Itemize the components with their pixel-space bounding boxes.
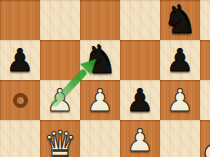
square-c7[interactable] [80, 0, 120, 40]
square-d7[interactable] [120, 0, 160, 40]
square-f7[interactable] [200, 0, 210, 40]
piece-black-pawn[interactable]: ♟ [160, 40, 200, 80]
square-f6[interactable] [200, 40, 210, 80]
annotation-circle-a5 [13, 93, 28, 108]
square-d5[interactable]: ♟ [120, 80, 160, 120]
piece-white-queen[interactable]: ♛ [40, 120, 80, 157]
square-b6[interactable] [40, 40, 80, 80]
square-e6[interactable]: ♟ [160, 40, 200, 80]
square-e7[interactable]: ♞ [160, 0, 200, 40]
piece-white-pawn[interactable]: ♟ [40, 80, 80, 120]
square-c5[interactable]: ♟ [80, 80, 120, 120]
square-b7[interactable] [40, 0, 80, 40]
piece-white-pawn[interactable]: ♟ [160, 80, 200, 120]
square-b4[interactable]: ♛ [40, 120, 80, 157]
square-d6[interactable] [120, 40, 160, 80]
piece-white-pawn[interactable]: ♟ [120, 120, 160, 157]
square-f5[interactable] [200, 80, 210, 120]
square-e4[interactable] [160, 120, 200, 157]
square-d4[interactable]: ♟ [120, 120, 160, 157]
square-c4[interactable] [80, 120, 120, 157]
piece-black-knight[interactable]: ♞ [160, 0, 200, 40]
piece-black-pawn[interactable]: ♟ [0, 40, 40, 80]
square-a6[interactable]: ♟ [0, 40, 40, 80]
square-e5[interactable]: ♟ [160, 80, 200, 120]
chess-board[interactable]: ♞♟♞♟♟♟♟♟♛♟ [0, 0, 210, 157]
square-c6[interactable]: ♞ [80, 40, 120, 80]
chess-board-viewport: ♞♟♞♟♟♟♟♟♛♟ [0, 0, 210, 157]
piece-black-pawn[interactable]: ♟ [120, 80, 160, 120]
piece-black-knight[interactable]: ♞ [80, 40, 120, 80]
square-b5[interactable]: ♟ [40, 80, 80, 120]
piece-white-pawn[interactable]: ♟ [80, 80, 120, 120]
square-a4[interactable] [0, 120, 40, 157]
square-a7[interactable] [0, 0, 40, 40]
square-f4[interactable] [200, 120, 210, 157]
